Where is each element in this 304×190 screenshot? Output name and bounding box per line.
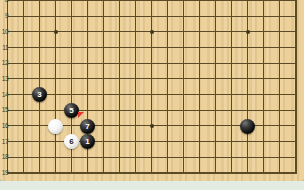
grid-cell <box>136 142 152 158</box>
grid-cell <box>200 48 216 64</box>
move-number: 3 <box>37 87 41 102</box>
grid-cell <box>72 158 88 174</box>
grid-cell <box>136 95 152 111</box>
grid-cell <box>280 1 296 17</box>
grid-cell <box>168 126 184 142</box>
row-label-17: 17 <box>0 138 8 146</box>
grid-cell <box>72 79 88 95</box>
grid-cell <box>216 17 232 33</box>
row-label-11: 11 <box>0 44 8 52</box>
grid-cell <box>24 48 40 64</box>
grid-cell <box>184 158 200 174</box>
grid-cell <box>200 1 216 17</box>
grid-cell <box>152 79 168 95</box>
grid-cell <box>24 158 40 174</box>
row-label-15: 15 <box>0 106 8 114</box>
grid-cell <box>216 158 232 174</box>
grid-cell <box>56 1 72 17</box>
grid-cell <box>216 79 232 95</box>
grid-cell <box>88 1 104 17</box>
grid-cell <box>232 64 248 80</box>
row-label-10: 10 <box>0 28 8 36</box>
grid-cell <box>232 48 248 64</box>
grid-cell <box>184 48 200 64</box>
grid-cell <box>152 111 168 127</box>
grid-cell <box>280 79 296 95</box>
grid-cell <box>264 64 280 80</box>
grid-cell <box>248 64 264 80</box>
grid-cell <box>40 32 56 48</box>
grid-cell <box>200 32 216 48</box>
grid-cell <box>280 111 296 127</box>
row-label-8: 8 <box>0 0 8 4</box>
board-grid <box>7 0 297 174</box>
grid-cell <box>264 158 280 174</box>
grid-cell <box>8 95 24 111</box>
grid-cell <box>152 64 168 80</box>
grid-cell <box>40 1 56 17</box>
grid-cell <box>248 95 264 111</box>
grid-cell <box>168 111 184 127</box>
grid-cell <box>40 64 56 80</box>
grid-cell <box>8 32 24 48</box>
grid-cell <box>8 111 24 127</box>
grid-cell <box>88 48 104 64</box>
grid-cell <box>24 142 40 158</box>
grid-cell <box>168 48 184 64</box>
row-label-13: 13 <box>0 75 8 83</box>
grid-cell <box>152 158 168 174</box>
grid-cell <box>120 126 136 142</box>
grid-cell <box>104 17 120 33</box>
star-point <box>150 124 154 128</box>
grid-cell <box>104 126 120 142</box>
grid-cell <box>8 79 24 95</box>
grid-cell <box>200 64 216 80</box>
grid-cell <box>280 95 296 111</box>
grid-cell <box>8 48 24 64</box>
grid-cell <box>56 48 72 64</box>
black-stone-6-16: 7 <box>80 119 95 134</box>
grid-cell <box>280 126 296 142</box>
grid-cell <box>120 64 136 80</box>
grid-cell <box>8 1 24 17</box>
grid-cell <box>216 95 232 111</box>
grid-cell <box>264 79 280 95</box>
black-stone-16-16 <box>240 119 255 134</box>
row-label-9: 9 <box>0 12 8 20</box>
grid-cell <box>264 111 280 127</box>
grid-cell <box>184 17 200 33</box>
grid-cell <box>88 79 104 95</box>
grid-cell <box>56 64 72 80</box>
grid-cell <box>232 1 248 17</box>
grid-cell <box>88 95 104 111</box>
grid-cell <box>200 79 216 95</box>
grid-cell <box>280 48 296 64</box>
grid-cell <box>216 126 232 142</box>
grid-cell <box>104 32 120 48</box>
star-point <box>54 30 58 34</box>
star-point <box>150 30 154 34</box>
grid-cell <box>248 79 264 95</box>
grid-cell <box>152 17 168 33</box>
grid-cell <box>120 158 136 174</box>
grid-cell <box>56 32 72 48</box>
grid-cell <box>248 1 264 17</box>
grid-cell <box>152 32 168 48</box>
grid-cell <box>24 126 40 142</box>
grid-cell <box>56 17 72 33</box>
grid-cell <box>136 158 152 174</box>
grid-cell <box>40 142 56 158</box>
board-clip: 891011121314151617181935761 <box>0 0 304 181</box>
grid-cell <box>184 79 200 95</box>
grid-cell <box>200 158 216 174</box>
grid-cell <box>280 158 296 174</box>
grid-cell <box>8 142 24 158</box>
grid-cell <box>184 32 200 48</box>
grid-cell <box>120 32 136 48</box>
grid-cell <box>120 48 136 64</box>
grid-cell <box>280 17 296 33</box>
row-label-19: 19 <box>0 169 8 177</box>
grid-cell <box>152 142 168 158</box>
grid-cell <box>168 17 184 33</box>
grid-cell <box>216 1 232 17</box>
star-point <box>246 30 250 34</box>
grid-cell <box>88 64 104 80</box>
grid-cell <box>40 48 56 64</box>
grid-cell <box>248 17 264 33</box>
grid-cell <box>24 64 40 80</box>
row-label-12: 12 <box>0 59 8 67</box>
grid-cell <box>136 32 152 48</box>
grid-cell <box>72 17 88 33</box>
grid-cell <box>120 1 136 17</box>
grid-cell <box>104 64 120 80</box>
row-label-14: 14 <box>0 91 8 99</box>
grid-cell <box>152 126 168 142</box>
grid-cell <box>56 79 72 95</box>
grid-cell <box>152 1 168 17</box>
grid-cell <box>216 64 232 80</box>
grid-cell <box>168 64 184 80</box>
grid-cell <box>168 95 184 111</box>
grid-cell <box>264 17 280 33</box>
grid-cell <box>88 32 104 48</box>
grid-cell <box>152 95 168 111</box>
grid-cell <box>104 1 120 17</box>
grid-cell <box>24 32 40 48</box>
grid-cell <box>88 158 104 174</box>
grid-cell <box>8 126 24 142</box>
grid-cell <box>232 142 248 158</box>
grid-cell <box>264 95 280 111</box>
grid-cell <box>136 126 152 142</box>
grid-cell <box>24 1 40 17</box>
white-stone-4-16 <box>48 119 63 134</box>
row-label-16: 16 <box>0 122 8 130</box>
grid-cell <box>184 111 200 127</box>
black-stone-3-14: 3 <box>32 87 47 102</box>
grid-cell <box>168 1 184 17</box>
grid-cell <box>248 158 264 174</box>
grid-cell <box>72 1 88 17</box>
grid-cell <box>72 48 88 64</box>
grid-cell <box>184 126 200 142</box>
grid-cell <box>8 17 24 33</box>
grid-cell <box>120 95 136 111</box>
grid-cell <box>120 111 136 127</box>
grid-cell <box>200 126 216 142</box>
grid-cell <box>200 142 216 158</box>
grid-cell <box>24 17 40 33</box>
grid-cell <box>280 64 296 80</box>
grid-cell <box>104 111 120 127</box>
grid-cell <box>248 48 264 64</box>
grid-cell <box>168 79 184 95</box>
grid-cell <box>264 32 280 48</box>
grid-cell <box>136 79 152 95</box>
grid-cell <box>232 158 248 174</box>
grid-cell <box>184 1 200 17</box>
grid-cell <box>200 111 216 127</box>
grid-cell <box>120 79 136 95</box>
grid-cell <box>136 48 152 64</box>
grid-cell <box>200 17 216 33</box>
grid-cell <box>216 32 232 48</box>
grid-cell <box>184 64 200 80</box>
grid-cell <box>168 32 184 48</box>
grid-cell <box>264 126 280 142</box>
grid-cell <box>136 1 152 17</box>
last-move-marker <box>78 112 84 118</box>
grid-cell <box>232 79 248 95</box>
grid-cell <box>136 64 152 80</box>
page-background-strip <box>0 181 304 190</box>
grid-cell <box>8 158 24 174</box>
grid-cell <box>104 48 120 64</box>
row-label-18: 18 <box>0 153 8 161</box>
grid-cell <box>72 32 88 48</box>
grid-cell <box>120 142 136 158</box>
move-number: 5 <box>69 103 73 118</box>
grid-cell <box>56 158 72 174</box>
move-number: 6 <box>69 134 73 149</box>
grid-cell <box>168 142 184 158</box>
grid-cell <box>40 158 56 174</box>
grid-cell <box>152 48 168 64</box>
grid-cell <box>200 95 216 111</box>
move-number: 7 <box>85 119 89 134</box>
grid-cell <box>184 95 200 111</box>
app-background: 891011121314151617181935761 <box>0 0 304 190</box>
grid-cell <box>24 111 40 127</box>
grid-cell <box>184 142 200 158</box>
grid-cell <box>280 32 296 48</box>
grid-cell <box>104 95 120 111</box>
grid-cell <box>104 79 120 95</box>
grid-cell <box>216 48 232 64</box>
grid-cell <box>232 32 248 48</box>
grid-cell <box>264 48 280 64</box>
grid-cell <box>120 17 136 33</box>
grid-cell <box>168 158 184 174</box>
grid-cell <box>248 142 264 158</box>
grid-cell <box>104 142 120 158</box>
grid-cell <box>72 64 88 80</box>
grid-cell <box>216 142 232 158</box>
grid-cell <box>8 64 24 80</box>
grid-cell <box>104 158 120 174</box>
grid-cell <box>280 142 296 158</box>
grid-cell <box>264 142 280 158</box>
grid-cell <box>248 32 264 48</box>
grid-cell <box>216 111 232 127</box>
grid-cell <box>264 1 280 17</box>
grid-cell <box>232 95 248 111</box>
move-number: 1 <box>85 134 89 149</box>
grid-cell <box>88 17 104 33</box>
